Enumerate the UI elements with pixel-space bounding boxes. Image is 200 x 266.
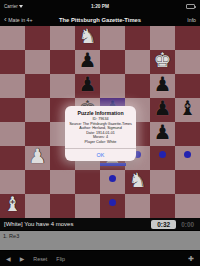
square-b6[interactable] — [25, 74, 50, 98]
move-hint-dot-g3[interactable] — [159, 151, 166, 158]
black-bishop-h5[interactable]: ♝ — [179, 98, 197, 118]
info-button[interactable]: Info — [187, 17, 196, 23]
black-pawn-d7[interactable]: ♟ — [79, 50, 97, 70]
square-d8[interactable]: ♞ — [75, 26, 100, 50]
square-b5[interactable] — [25, 98, 50, 122]
square-g6[interactable]: ♟ — [150, 74, 175, 98]
black-pawn-g6[interactable]: ♟ — [154, 74, 172, 94]
square-f8[interactable] — [125, 26, 150, 50]
square-c6[interactable] — [50, 74, 75, 98]
square-a4[interactable] — [0, 122, 25, 146]
square-c8[interactable] — [50, 26, 75, 50]
square-e6[interactable] — [100, 74, 125, 98]
square-d6[interactable]: ♟ — [75, 74, 100, 98]
prev-move-button[interactable]: ◀ — [6, 255, 11, 262]
square-d2[interactable] — [75, 170, 100, 194]
move-list-text: 1. Re3 — [0, 231, 200, 239]
timer-badge: 0:32 — [151, 220, 176, 229]
white-knight-d8[interactable]: ♞ — [79, 26, 97, 46]
back-button[interactable]: ‹ Mate in 4+ — [4, 15, 33, 25]
back-chevron-icon: ‹ — [4, 15, 7, 25]
square-h3[interactable] — [175, 146, 200, 170]
square-g1[interactable] — [150, 194, 175, 218]
square-d7[interactable]: ♟ — [75, 50, 100, 74]
popup-body: ID: 79634Source: The Pittsburgh Gazette-… — [65, 117, 136, 145]
square-a8[interactable] — [0, 26, 25, 50]
square-e1[interactable] — [100, 194, 125, 218]
square-g8[interactable] — [150, 26, 175, 50]
square-a2[interactable] — [0, 170, 25, 194]
square-b7[interactable] — [25, 50, 50, 74]
square-f7[interactable] — [125, 50, 150, 74]
white-bishop-a1[interactable]: ♝ — [4, 194, 22, 214]
turn-message: [White] You have 4 moves — [4, 221, 151, 227]
square-b3[interactable]: ♟ — [25, 146, 50, 170]
square-h6[interactable] — [175, 74, 200, 98]
status-strip: [White] You have 4 moves 0:32 0:00 — [0, 218, 200, 230]
square-g7[interactable]: ♚ — [150, 50, 175, 74]
square-c1[interactable] — [50, 194, 75, 218]
square-a7[interactable] — [0, 50, 25, 74]
extra-plus-icon[interactable]: ✚ — [188, 255, 194, 263]
popup-info-line: Player Color: White — [65, 140, 136, 145]
back-label: Mate in 4+ — [8, 17, 32, 23]
move-hint-dot-e1[interactable] — [109, 199, 116, 206]
square-a1[interactable]: ♝ — [0, 194, 25, 218]
square-e8[interactable] — [100, 26, 125, 50]
square-b4[interactable] — [25, 122, 50, 146]
bottom-toolbar: ◀ ▶ Reset Flip ✚ — [0, 251, 200, 266]
status-time: 1:20 PM — [0, 4, 200, 9]
app-screen: Carrier 1:20 PM ‹ Mate in 4+ The Pittsbu… — [0, 0, 200, 266]
move-list-panel[interactable]: 1. Re3 — [0, 230, 200, 251]
nav-bar: ‹ Mate in 4+ The Pittsburgh Gazette-Time… — [0, 13, 200, 26]
square-g4[interactable]: ♟ — [150, 122, 175, 146]
move-hint-dot-e2[interactable] — [109, 175, 116, 182]
square-h8[interactable] — [175, 26, 200, 50]
white-pawn-b3[interactable]: ♟ — [29, 146, 47, 166]
square-a5[interactable] — [0, 98, 25, 122]
square-g5[interactable]: ♟ — [150, 98, 175, 122]
square-c2[interactable] — [50, 170, 75, 194]
secondary-timer: 0:00 — [181, 221, 194, 228]
square-a6[interactable] — [0, 74, 25, 98]
status-bar: Carrier 1:20 PM — [0, 0, 200, 13]
square-b8[interactable] — [25, 26, 50, 50]
square-f2[interactable]: ♞ — [125, 170, 150, 194]
popup-title: Puzzle Information — [65, 106, 136, 117]
white-king-g7[interactable]: ♚ — [154, 50, 172, 70]
square-a3[interactable] — [0, 146, 25, 170]
square-h4[interactable] — [175, 122, 200, 146]
square-h7[interactable] — [175, 50, 200, 74]
square-h1[interactable] — [175, 194, 200, 218]
reset-button[interactable]: Reset — [33, 256, 47, 262]
black-pawn-g4[interactable]: ♟ — [154, 122, 172, 142]
square-e7[interactable] — [100, 50, 125, 74]
white-knight-f2[interactable]: ♞ — [129, 170, 147, 190]
square-b2[interactable] — [25, 170, 50, 194]
next-move-button[interactable]: ▶ — [20, 255, 25, 262]
square-d1[interactable] — [75, 194, 100, 218]
square-b1[interactable] — [25, 194, 50, 218]
black-pawn-g5[interactable]: ♟ — [154, 98, 172, 118]
black-pawn-d6[interactable]: ♟ — [79, 74, 97, 94]
square-h2[interactable] — [175, 170, 200, 194]
square-f1[interactable] — [125, 194, 150, 218]
square-g3[interactable] — [150, 146, 175, 170]
flip-button[interactable]: Flip — [56, 256, 65, 262]
square-f6[interactable] — [125, 74, 150, 98]
ok-button[interactable]: OK — [65, 149, 136, 161]
move-hint-dot-h3[interactable] — [184, 151, 191, 158]
square-g2[interactable] — [150, 170, 175, 194]
square-h5[interactable]: ♝ — [175, 98, 200, 122]
puzzle-info-popup: Puzzle Information ID: 79634Source: The … — [65, 106, 136, 161]
selected-square-underline-e3 — [100, 163, 126, 166]
square-c7[interactable] — [50, 50, 75, 74]
square-e2[interactable] — [100, 170, 125, 194]
